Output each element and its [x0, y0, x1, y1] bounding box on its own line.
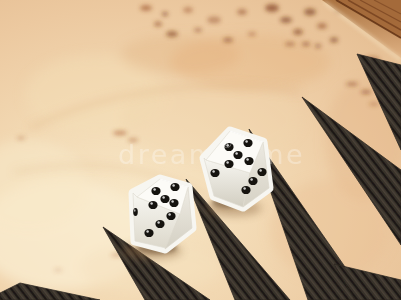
- pip: [148, 201, 157, 209]
- pip: [155, 220, 164, 228]
- pip: [151, 187, 160, 195]
- pip: [166, 212, 175, 220]
- left-die-side-pip: [133, 208, 138, 216]
- registered-mark: ®: [221, 137, 233, 151]
- pip: [257, 168, 266, 176]
- pip: [160, 195, 169, 203]
- pip: [243, 139, 252, 147]
- pip: [224, 160, 233, 168]
- pip: [241, 186, 250, 194]
- right-die-left-pip: [210, 169, 219, 177]
- pip: [170, 183, 179, 191]
- backgammon-photo: dreamstime: [0, 0, 401, 300]
- pip: [144, 229, 153, 237]
- pip: [233, 151, 242, 159]
- pip: [169, 199, 178, 207]
- pip: [244, 157, 253, 165]
- pip: [248, 177, 257, 185]
- board-scene: dreamstime: [0, 0, 401, 300]
